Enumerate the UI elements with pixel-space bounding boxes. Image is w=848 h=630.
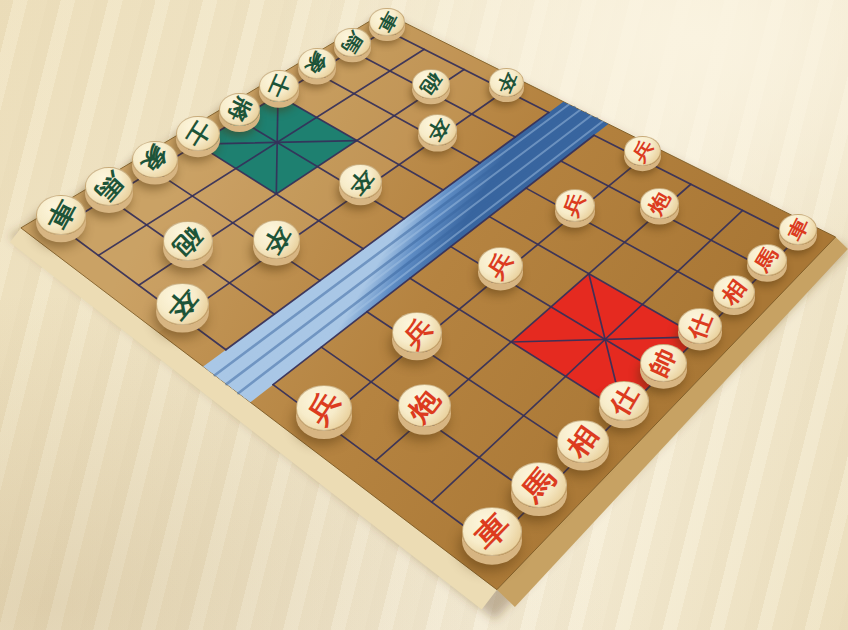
piece-green-elephant[interactable]: 象 xyxy=(132,141,178,178)
piece-character: 仕 xyxy=(606,382,643,420)
piece-character: 士 xyxy=(265,72,293,101)
piece-character: 炮 xyxy=(404,384,445,426)
piece-character: 卒 xyxy=(494,70,519,96)
piece-character: 砲 xyxy=(169,222,206,261)
piece-green-soldier[interactable]: 卒 xyxy=(489,68,525,97)
piece-character: 兵 xyxy=(629,137,655,165)
piece-character: 馬 xyxy=(753,245,782,276)
pieces-layer: 車馬象士將士象馬車砲砲卒卒卒卒卒兵兵兵兵兵炮炮車馬相仕帥仕相馬車 xyxy=(0,0,848,630)
piece-green-elephant[interactable]: 象 xyxy=(298,48,336,79)
piece-green-chariot[interactable]: 車 xyxy=(369,8,404,36)
piece-character: 象 xyxy=(303,49,331,79)
piece-red-horse[interactable]: 馬 xyxy=(511,462,567,507)
piece-green-soldier[interactable]: 卒 xyxy=(253,220,301,259)
piece-character: 馬 xyxy=(518,463,561,508)
piece-character: 炮 xyxy=(646,189,674,219)
piece-red-soldier[interactable]: 兵 xyxy=(478,247,523,283)
table-surface: 車馬象士將士象馬車砲砲卒卒卒卒卒兵兵兵兵兵炮炮車馬相仕帥仕相馬車 xyxy=(0,0,848,630)
piece-green-chariot[interactable]: 車 xyxy=(36,195,86,236)
piece-character: 將 xyxy=(225,94,255,125)
piece-green-advisor[interactable]: 士 xyxy=(259,70,299,102)
piece-character: 砲 xyxy=(417,69,444,98)
piece-character: 馬 xyxy=(339,28,365,56)
piece-red-cannon[interactable]: 炮 xyxy=(398,384,452,427)
piece-green-advisor[interactable]: 士 xyxy=(176,116,220,151)
piece-character: 相 xyxy=(719,276,750,309)
piece-green-cannon[interactable]: 砲 xyxy=(412,69,449,99)
piece-red-soldier[interactable]: 兵 xyxy=(392,312,442,352)
piece-character: 象 xyxy=(138,142,172,178)
piece-character: 仕 xyxy=(684,311,715,343)
piece-character: 車 xyxy=(42,196,79,233)
piece-red-chariot[interactable]: 車 xyxy=(779,214,817,245)
piece-character: 士 xyxy=(182,117,214,150)
piece-character: 兵 xyxy=(561,191,589,220)
piece-character: 馬 xyxy=(91,168,127,206)
piece-character: 車 xyxy=(375,9,400,35)
piece-green-cannon[interactable]: 砲 xyxy=(163,221,212,261)
piece-red-soldier[interactable]: 兵 xyxy=(555,189,595,222)
piece-character: 相 xyxy=(563,421,603,462)
piece-character: 兵 xyxy=(399,313,436,353)
piece-character: 卒 xyxy=(259,222,294,258)
piece-green-horse[interactable]: 馬 xyxy=(85,167,133,206)
piece-character: 卒 xyxy=(345,165,377,199)
piece-red-cannon[interactable]: 炮 xyxy=(640,188,679,220)
piece-red-soldier[interactable]: 兵 xyxy=(624,136,661,166)
piece-red-horse[interactable]: 馬 xyxy=(747,244,787,276)
piece-character: 兵 xyxy=(484,248,517,283)
piece-red-general[interactable]: 帥 xyxy=(640,344,687,382)
piece-green-general[interactable]: 將 xyxy=(219,93,261,127)
piece-red-advisor[interactable]: 仕 xyxy=(678,308,722,344)
piece-red-elephant[interactable]: 相 xyxy=(557,420,610,463)
piece-character: 帥 xyxy=(646,345,680,380)
piece-character: 卒 xyxy=(162,283,202,325)
piece-red-chariot[interactable]: 車 xyxy=(462,507,522,555)
piece-red-soldier[interactable]: 兵 xyxy=(296,385,352,430)
piece-character: 卒 xyxy=(423,115,451,145)
piece-character: 車 xyxy=(785,215,812,243)
piece-red-elephant[interactable]: 相 xyxy=(713,275,755,309)
piece-green-soldier[interactable]: 卒 xyxy=(418,114,457,146)
piece-red-advisor[interactable]: 仕 xyxy=(599,381,649,421)
piece-green-soldier[interactable]: 卒 xyxy=(156,283,209,326)
piece-green-horse[interactable]: 馬 xyxy=(334,28,371,58)
piece-character: 兵 xyxy=(303,387,345,430)
piece-green-soldier[interactable]: 卒 xyxy=(339,164,382,199)
piece-character: 車 xyxy=(469,507,514,555)
